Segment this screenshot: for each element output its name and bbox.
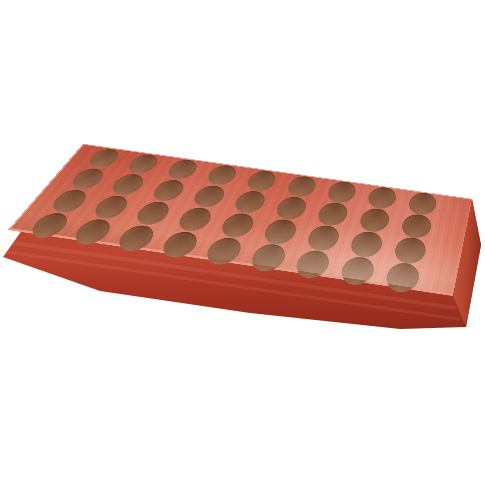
pit-hole[interactable] <box>383 261 422 294</box>
pit-hole[interactable] <box>131 200 174 227</box>
pit-hole[interactable] <box>202 236 246 266</box>
pit-hole[interactable] <box>217 212 258 240</box>
pit-hole[interactable] <box>174 206 216 233</box>
pit-hole[interactable] <box>148 178 188 203</box>
pit-hole[interactable] <box>231 190 269 215</box>
pit-hole[interactable] <box>292 249 334 281</box>
pit-hole[interactable] <box>203 164 240 187</box>
pit-hole[interactable] <box>124 153 162 175</box>
pit-hole[interactable] <box>189 184 228 209</box>
pit-hole[interactable] <box>107 173 148 197</box>
board-photo-scene <box>0 0 485 485</box>
pit-hole[interactable] <box>85 148 124 170</box>
pit-hole[interactable] <box>164 158 202 181</box>
pit-hole[interactable] <box>304 224 343 253</box>
pit-hole[interactable] <box>273 195 310 221</box>
pit-hole[interactable] <box>157 230 202 260</box>
pit-hole[interactable] <box>260 218 300 246</box>
pit-hole[interactable] <box>247 242 290 273</box>
pit-hole[interactable] <box>337 255 377 287</box>
